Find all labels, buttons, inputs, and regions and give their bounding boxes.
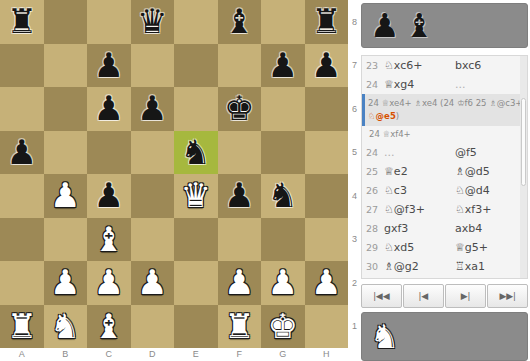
move-number: 23 bbox=[362, 60, 384, 71]
piece-white-bishop-c3[interactable]: ♝ bbox=[87, 218, 131, 262]
file-label-d: D bbox=[131, 348, 175, 361]
square-h8[interactable]: ♜ bbox=[305, 0, 349, 44]
variation-moves[interactable]: 24 ♕xe4+ ♗xe4 (24 ♔f6 25 ♗@c3+ bbox=[368, 98, 523, 108]
last-move-button[interactable]: ▶▶| bbox=[487, 284, 528, 308]
black-move[interactable]: ♗@d5 bbox=[455, 165, 517, 178]
square-h6[interactable] bbox=[305, 87, 349, 131]
file-label-g: G bbox=[261, 348, 305, 361]
scrollbar-thumb[interactable] bbox=[521, 98, 526, 186]
white-move[interactable]: ♘c3 bbox=[384, 184, 455, 197]
move-row-31: 31♘@f7+♔e6 bbox=[362, 276, 527, 279]
black-move[interactable]: @f5 bbox=[455, 146, 517, 159]
move-number: 30 bbox=[362, 261, 384, 272]
move-list-scrollbar[interactable] bbox=[520, 56, 527, 278]
piece-white-pawn-b2[interactable]: ♟ bbox=[44, 261, 88, 305]
rank-label-2: 2 bbox=[349, 261, 360, 305]
piece-black-pawn-a5[interactable]: ♟ bbox=[0, 131, 44, 175]
variation-line[interactable]: 24 ♕xe4+ ♗xe4 (24 ♔f6 25 ♗@c3+ ♘@e5) bbox=[362, 94, 527, 126]
square-d5[interactable] bbox=[131, 131, 175, 175]
file-label-a: A bbox=[0, 348, 44, 361]
square-b6[interactable] bbox=[44, 87, 88, 131]
square-c2[interactable]: ♟ bbox=[87, 261, 131, 305]
square-d6[interactable]: ♟ bbox=[131, 87, 175, 131]
square-c8[interactable] bbox=[87, 0, 131, 44]
black-move[interactable]: ♖xa1 bbox=[455, 260, 517, 273]
white-move[interactable]: ♕e2 bbox=[384, 165, 455, 178]
move-row-24: 24♕xg4... bbox=[362, 75, 527, 94]
pocket-piece-black-bishop[interactable]: ♝ bbox=[405, 6, 435, 46]
square-h2[interactable]: ♟ bbox=[305, 261, 349, 305]
piece-black-pawn-c4[interactable]: ♟ bbox=[87, 174, 131, 218]
white-move[interactable]: ♘xd5 bbox=[384, 241, 455, 254]
first-move-button[interactable]: |◀◀ bbox=[361, 284, 402, 308]
square-h4[interactable] bbox=[305, 174, 349, 218]
square-d2[interactable]: ♟ bbox=[131, 261, 175, 305]
move-row-26: 26♘c3♘@d4 bbox=[362, 181, 527, 200]
piece-black-pawn-d6[interactable]: ♟ bbox=[131, 87, 175, 131]
square-f2[interactable]: ♟ bbox=[218, 261, 262, 305]
square-f6[interactable]: ♚ bbox=[218, 87, 262, 131]
move-list[interactable]: 23♘xc6+bxc624♕xg4...24 ♕xe4+ ♗xe4 (24 ♔f… bbox=[361, 55, 528, 279]
pocket-tray-white[interactable]: ♞ bbox=[361, 312, 528, 361]
square-g5[interactable] bbox=[261, 131, 305, 175]
file-label-e: E bbox=[174, 348, 218, 361]
square-b4[interactable]: ♟ bbox=[44, 174, 88, 218]
piece-black-pawn-h7[interactable]: ♟ bbox=[305, 44, 349, 88]
white-move[interactable]: ♕xg4 bbox=[384, 78, 455, 91]
move-number: 24 bbox=[362, 147, 384, 158]
square-d7[interactable] bbox=[131, 44, 175, 88]
square-h1[interactable] bbox=[305, 305, 349, 349]
square-c3[interactable]: ♝ bbox=[87, 218, 131, 262]
next-move-button[interactable]: ▶| bbox=[445, 284, 486, 308]
file-labels: ABCDEFGH bbox=[0, 348, 348, 361]
file-label-c: C bbox=[87, 348, 131, 361]
pocket-tray-black[interactable]: ♟♝ bbox=[361, 3, 528, 48]
move-number: 25 bbox=[362, 166, 384, 177]
square-b2[interactable]: ♟ bbox=[44, 261, 88, 305]
black-move[interactable]: bxc6 bbox=[455, 59, 517, 72]
move-row-29: 29♘xd5♕g5+ bbox=[362, 238, 527, 257]
square-e4[interactable]: ♛ bbox=[174, 174, 218, 218]
square-a4[interactable] bbox=[0, 174, 44, 218]
move-row-27: 27♘@f3+♘xf3+ bbox=[362, 200, 527, 219]
square-e2[interactable] bbox=[174, 261, 218, 305]
piece-black-pawn-c7[interactable]: ♟ bbox=[87, 44, 131, 88]
piece-black-knight-e5[interactable]: ♞ bbox=[174, 131, 218, 175]
piece-black-pawn-g7[interactable]: ♟ bbox=[261, 44, 305, 88]
move-row-25: 25♕e2♗@d5 bbox=[362, 162, 527, 181]
square-h3[interactable] bbox=[305, 218, 349, 262]
square-b8[interactable] bbox=[44, 0, 88, 44]
square-g8[interactable] bbox=[261, 0, 305, 44]
rank-label-4: 4 bbox=[349, 174, 360, 218]
file-label-f: F bbox=[218, 348, 262, 361]
square-f5[interactable] bbox=[218, 131, 262, 175]
piece-black-king-f6[interactable]: ♚ bbox=[218, 87, 262, 131]
black-move[interactable]: ♘@d4 bbox=[455, 184, 517, 197]
rank-label-1: 1 bbox=[349, 305, 360, 349]
square-f3[interactable] bbox=[218, 218, 262, 262]
move-row-24: 24...@f5 bbox=[362, 143, 527, 162]
black-move[interactable]: ... bbox=[455, 78, 517, 91]
square-e3[interactable] bbox=[174, 218, 218, 262]
piece-black-queen-d8[interactable]: ♛ bbox=[131, 0, 175, 44]
square-g1[interactable]: ♚ bbox=[261, 305, 305, 349]
square-a2[interactable] bbox=[0, 261, 44, 305]
piece-white-queen-e4[interactable]: ♛ bbox=[174, 174, 218, 218]
navigation-controls: |◀◀ |◀ ▶| ▶▶| bbox=[361, 284, 528, 308]
white-move[interactable]: ♘@f3+ bbox=[384, 203, 455, 216]
piece-white-bishop-c1[interactable]: ♝ bbox=[87, 305, 131, 349]
square-g2[interactable]: ♟ bbox=[261, 261, 305, 305]
black-move[interactable]: axb4 bbox=[455, 222, 517, 235]
square-e8[interactable] bbox=[174, 0, 218, 44]
square-a7[interactable] bbox=[0, 44, 44, 88]
move-row-23: 23♘xc6+bxc6 bbox=[362, 56, 527, 75]
white-move[interactable]: ♗@g2 bbox=[384, 260, 455, 273]
piece-white-pawn-b4[interactable]: ♟ bbox=[44, 174, 88, 218]
square-g6[interactable] bbox=[261, 87, 305, 131]
square-c7[interactable]: ♟ bbox=[87, 44, 131, 88]
square-e7[interactable] bbox=[174, 44, 218, 88]
square-f4[interactable]: ♟ bbox=[218, 174, 262, 218]
square-a3[interactable] bbox=[0, 218, 44, 262]
white-move[interactable]: gxf3 bbox=[384, 222, 455, 235]
piece-black-pawn-f4[interactable]: ♟ bbox=[218, 174, 262, 218]
piece-white-pawn-g2[interactable]: ♟ bbox=[261, 261, 305, 305]
variation-close: ) bbox=[396, 111, 399, 121]
square-c6[interactable]: ♟ bbox=[87, 87, 131, 131]
piece-black-rook-h8[interactable]: ♜ bbox=[305, 0, 349, 44]
square-b3[interactable] bbox=[44, 218, 88, 262]
pocket-piece-black-pawn[interactable]: ♟ bbox=[370, 6, 400, 46]
rank-label-5: 5 bbox=[349, 131, 360, 175]
square-a6[interactable] bbox=[0, 87, 44, 131]
square-d4[interactable] bbox=[131, 174, 175, 218]
move-number: 27 bbox=[362, 204, 384, 215]
piece-black-pawn-c6[interactable]: ♟ bbox=[87, 87, 131, 131]
piece-white-knight-b1[interactable]: ♞ bbox=[44, 305, 88, 349]
move-number: 26 bbox=[362, 185, 384, 196]
rank-labels: 87654321 bbox=[349, 0, 360, 348]
square-a1[interactable]: ♜ bbox=[0, 305, 44, 349]
rank-label-6: 6 bbox=[349, 87, 360, 131]
square-h5[interactable] bbox=[305, 131, 349, 175]
square-c1[interactable]: ♝ bbox=[87, 305, 131, 349]
file-label-h: H bbox=[305, 348, 349, 361]
square-b1[interactable]: ♞ bbox=[44, 305, 88, 349]
rank-label-3: 3 bbox=[349, 218, 360, 262]
chess-board[interactable]: ♜♛♝♜♟♟♟♟♟♚♟♞♟♟♛♟♞♝♟♟♟♟♟♟♜♞♝♜♚ bbox=[0, 0, 348, 348]
square-d8[interactable]: ♛ bbox=[131, 0, 175, 44]
black-move[interactable]: ♕g5+ bbox=[455, 241, 517, 254]
square-f7[interactable] bbox=[218, 44, 262, 88]
variation-line-2[interactable]: 24 ♕xf4+ bbox=[362, 126, 527, 143]
move-row-28: 28gxf3axb4 bbox=[362, 219, 527, 238]
piece-black-bishop-f8[interactable]: ♝ bbox=[218, 0, 262, 44]
file-label-b: B bbox=[44, 348, 88, 361]
move-number: 29 bbox=[362, 242, 384, 253]
previous-move-button[interactable]: |◀ bbox=[403, 284, 444, 308]
square-e5[interactable]: ♞ bbox=[174, 131, 218, 175]
square-g3[interactable] bbox=[261, 218, 305, 262]
square-d3[interactable] bbox=[131, 218, 175, 262]
move-row-30: 30♗@g2♖xa1 bbox=[362, 257, 527, 276]
rank-label-8: 8 bbox=[349, 0, 360, 44]
square-e1[interactable] bbox=[174, 305, 218, 349]
square-c5[interactable] bbox=[87, 131, 131, 175]
move-number: 24 bbox=[362, 79, 384, 90]
square-f1[interactable]: ♜ bbox=[218, 305, 262, 349]
square-f8[interactable]: ♝ bbox=[218, 0, 262, 44]
piece-white-pawn-d2[interactable]: ♟ bbox=[131, 261, 175, 305]
square-a5[interactable]: ♟ bbox=[0, 131, 44, 175]
square-b7[interactable] bbox=[44, 44, 88, 88]
square-d1[interactable] bbox=[131, 305, 175, 349]
piece-white-rook-f1[interactable]: ♜ bbox=[218, 305, 262, 349]
square-a8[interactable]: ♜ bbox=[0, 0, 44, 44]
move-rows: 23♘xc6+bxc624♕xg4...24 ♕xe4+ ♗xe4 (24 ♔f… bbox=[362, 56, 527, 279]
square-e6[interactable] bbox=[174, 87, 218, 131]
piece-white-king-g1[interactable]: ♚ bbox=[261, 305, 305, 349]
square-b5[interactable] bbox=[44, 131, 88, 175]
crazyhouse-analysis-screen: ♜♛♝♜♟♟♟♟♟♚♟♞♟♟♛♟♞♝♟♟♟♟♟♟♜♞♝♜♚ 87654321 A… bbox=[0, 0, 530, 361]
square-c4[interactable]: ♟ bbox=[87, 174, 131, 218]
piece-black-rook-a8[interactable]: ♜ bbox=[0, 0, 44, 44]
square-h7[interactable]: ♟ bbox=[305, 44, 349, 88]
current-move[interactable]: ♘@e5 bbox=[368, 111, 396, 121]
white-move[interactable]: ... bbox=[384, 146, 455, 159]
piece-white-pawn-h2[interactable]: ♟ bbox=[305, 261, 349, 305]
black-move[interactable]: ♘xf3+ bbox=[455, 203, 517, 216]
piece-white-pawn-c2[interactable]: ♟ bbox=[87, 261, 131, 305]
pocket-piece-white-knight[interactable]: ♞ bbox=[370, 317, 400, 357]
side-panel: ♟♝ 23♘xc6+bxc624♕xg4...24 ♕xe4+ ♗xe4 (24… bbox=[361, 0, 528, 361]
piece-white-pawn-f2[interactable]: ♟ bbox=[218, 261, 262, 305]
rank-label-7: 7 bbox=[349, 44, 360, 88]
white-move[interactable]: ♘xc6+ bbox=[384, 59, 455, 72]
piece-black-knight-g4[interactable]: ♞ bbox=[261, 174, 305, 218]
move-number: 28 bbox=[362, 223, 384, 234]
square-g4[interactable]: ♞ bbox=[261, 174, 305, 218]
piece-white-rook-a1[interactable]: ♜ bbox=[0, 305, 44, 349]
square-g7[interactable]: ♟ bbox=[261, 44, 305, 88]
